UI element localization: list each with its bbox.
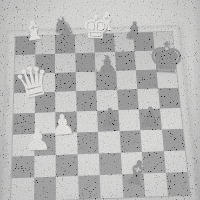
black-knight-c7[interactable]: ♞ [50,13,78,44]
square-d5[interactable] [76,91,97,112]
crown-logo-icon: ♛ [33,180,47,195]
white-king-d7[interactable]: ♚ [82,11,111,43]
black-pawn-e6[interactable]: ♟ [97,53,118,76]
black-pawn-f7[interactable]: ♟ [122,18,145,43]
square-f3[interactable] [119,130,142,152]
frame-brand-text: US CHESS [5,84,11,111]
square-d7[interactable] [75,52,96,72]
square-a1[interactable] [11,178,34,200]
white-pawn-c3[interactable]: ♟ [50,110,76,139]
square-e3[interactable] [98,131,120,153]
square-c7[interactable] [55,53,75,73]
square-d3[interactable] [77,132,99,154]
square-f7[interactable] [115,51,136,70]
white-bishop-a7[interactable]: ♝ [21,16,48,45]
black-pawn-e3[interactable]: ♟ [98,104,122,131]
black-king-g5[interactable]: ♚ [146,36,186,80]
square-e2[interactable] [99,152,122,175]
square-h3[interactable] [161,129,184,151]
white-pawn-b2[interactable]: ♟ [25,126,52,156]
square-c6[interactable] [55,72,76,92]
square-d1[interactable] [78,175,101,199]
frame-brand-text-2: US CHESS [3,139,9,169]
square-g3[interactable] [140,129,163,151]
square-f6[interactable] [116,70,138,90]
square-d4[interactable] [76,111,98,133]
square-b2[interactable] [34,155,56,178]
square-h1[interactable] [165,172,189,196]
square-d2[interactable] [77,153,99,176]
square-d6[interactable] [75,71,96,91]
square-a2[interactable] [12,155,34,178]
square-h2[interactable] [163,150,187,173]
black-pawn-g3[interactable]: ♟ [137,103,162,131]
chessboard-photo: US CHESS US CHESS ♛ ♝♝♞♚♟♟♚♛♟♟♟♟♝ [0,0,200,200]
square-h4[interactable] [160,108,183,129]
square-c2[interactable] [56,154,78,177]
square-c1[interactable] [56,176,79,200]
